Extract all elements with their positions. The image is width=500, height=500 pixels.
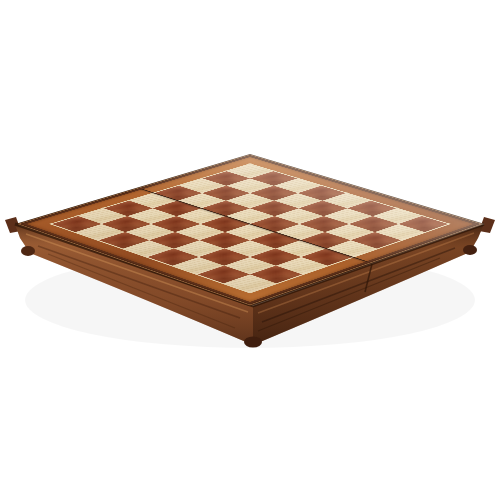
foot-bottom — [244, 337, 262, 348]
foot-left — [21, 246, 35, 256]
foot-right — [463, 245, 477, 255]
product-photo-scene — [0, 0, 500, 500]
